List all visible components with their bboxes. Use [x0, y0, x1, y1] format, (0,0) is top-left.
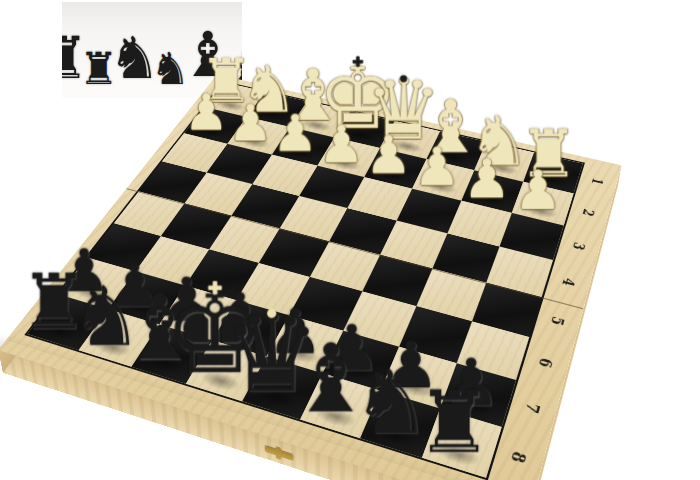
rank-label-2: 2 — [559, 195, 618, 231]
white-queen-ball-finial — [400, 75, 407, 82]
rank-label-3: 3 — [548, 227, 609, 266]
piece-wP-f2[interactable]: ♟ — [272, 108, 318, 159]
white-king-cross-finial — [356, 56, 360, 67]
chess-board-grid: ♜♞♝♚♛♝♞♜♟♟♟♟♟♟♟♟♟♟♟♟♟♟♟♟♜♞♝♚♛♝♞♜ — [24, 81, 585, 480]
piece-wP-d2[interactable]: ♟ — [365, 130, 412, 182]
black-queen-ball-finial — [267, 309, 276, 318]
piece-wP-c2[interactable]: ♟ — [413, 141, 460, 194]
piece-wP-e2[interactable]: ♟ — [318, 119, 364, 171]
piece-wP-h2[interactable]: ♟ — [184, 88, 228, 138]
chess-box-board: ♜♞♝♚♛♝♞♜♟♟♟♟♟♟♟♟♟♟♟♟♟♟♟♟♜♞♝♚♛♝♞♜ 1234567… — [0, 75, 621, 480]
piece-wP-a2[interactable]: ♟ — [514, 164, 563, 218]
brass-clasp-icon — [265, 446, 294, 461]
rank-label-1: 1 — [569, 165, 626, 199]
black-king-cross-finial — [213, 281, 218, 295]
piece-wP-g2[interactable]: ♟ — [228, 98, 273, 148]
piece-wP-b2[interactable]: ♟ — [463, 152, 511, 206]
scene: ♜♞♝♚♛♝♞♜♟♟♟♟♟♟♟♟♟♟♟♟♟♟♟♟♜♞♝♚♛♝♞♜ 1234567… — [0, 0, 700, 480]
piece-bR-a8[interactable]: ♜ — [416, 380, 493, 465]
